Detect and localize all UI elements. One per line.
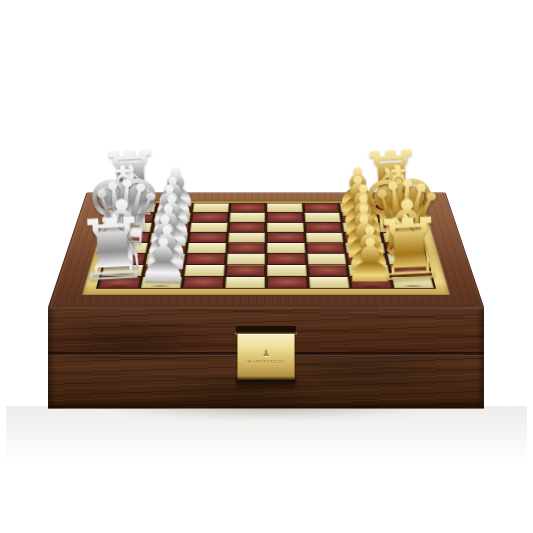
square-e5 [267,233,304,243]
square-a8: ♜ [391,277,434,289]
square-h4 [230,203,265,212]
box-lid-top: ♜♟♟♜♞♟♟♞♝♟♟♝♚♟♟♚♛♟♟♛♝♟♟♝♞♟♟♞♜♟♟♜ [48,192,484,307]
clasp-logo-icon: ♟ [262,349,270,358]
square-e4 [228,233,265,243]
piece-white-rook: ♜ [72,206,152,294]
chess-board: ♜♟♟♜♞♟♟♞♝♟♟♝♚♟♟♚♛♟♟♛♝♟♟♝♞♟♟♞♜♟♟♜ [96,203,436,289]
square-c4 [226,254,265,265]
square-d5 [267,243,305,253]
square-c5 [267,254,306,265]
square-d4 [227,243,265,253]
clasp-shadow [236,378,296,389]
square-b5 [267,265,307,276]
square-a4 [225,277,265,289]
square-h5 [267,203,302,212]
square-a1: ♜ [98,277,141,289]
square-g4 [229,213,265,222]
piece-black-rook: ♜ [370,206,450,294]
square-a5 [267,277,307,289]
board-metal-tray: ♜♟♟♜♞♟♟♞♝♟♟♝♚♟♟♚♛♟♟♛♝♟♟♝♞♟♟♞♜♟♟♜ [82,200,451,295]
box-front-panel: ♟ MANOPOULOS [48,307,484,409]
product-photo: ♜♟♟♜♞♟♟♞♝♟♟♝♚♟♟♚♛♟♟♛♝♟♟♝♞♟♟♞♜♟♟♜ ♟ MANOP… [0,0,533,533]
square-g5 [267,213,303,222]
chess-box-set: ♜♟♟♜♞♟♟♞♝♟♟♝♚♟♟♚♛♟♟♛♝♟♟♝♞♟♟♞♜♟♟♜ ♟ MANOP… [0,0,533,533]
square-f4 [228,222,265,232]
clasp-lock: ♟ MANOPOULOS [237,333,295,380]
square-f5 [267,222,304,232]
clasp-brand-text: MANOPOULOS [247,360,284,365]
square-b4 [226,265,266,276]
